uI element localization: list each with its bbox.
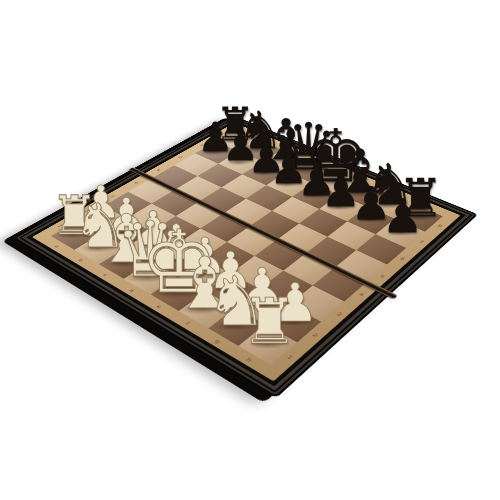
product-photo-scene: abcdefgh 87654321 87654321 ♜♞♝♛♚♝♞♜♟♟♟♟♟… xyxy=(0,0,500,500)
chess-board: abcdefgh 87654321 87654321 xyxy=(13,115,478,398)
board-grid xyxy=(51,130,443,365)
